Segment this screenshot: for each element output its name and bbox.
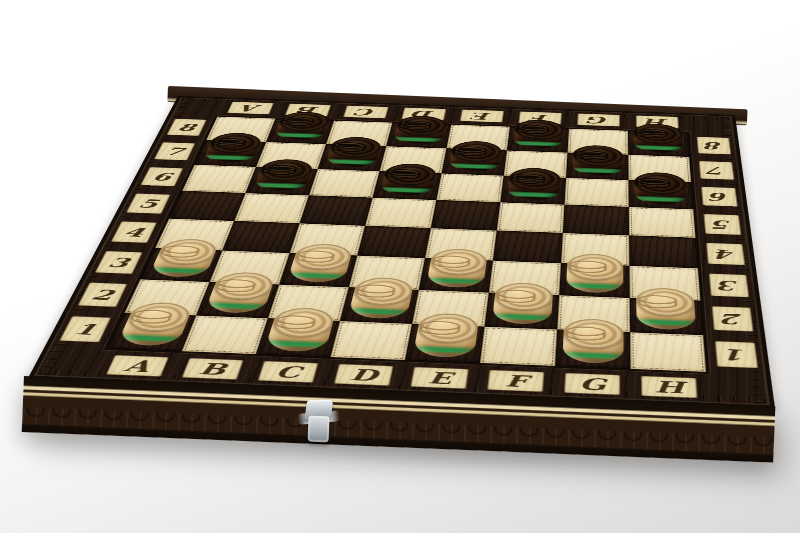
square-d4[interactable] [357,226,431,258]
piece-top: ⛀ [566,253,623,281]
piece-top: ⛀ [563,318,624,349]
square-c6[interactable] [309,169,380,198]
rank-left-label-3: 3 [95,251,143,274]
rank-left-label-2: 2 [77,282,127,307]
rank-right-label-8: 8 [697,137,732,155]
dark-man-f8[interactable]: ⛂ [513,119,564,149]
rank-right-label-1: 1 [715,341,758,368]
file-top-label-e: E [460,109,504,122]
rank-right-label-4: 4 [706,243,745,266]
rank-right-label-7: 7 [699,161,735,180]
file-bottom-label-g: G [564,373,620,395]
file-bottom-label-b: B [182,358,244,380]
square-f5[interactable] [497,202,565,233]
file-bottom-label-c: C [258,361,319,383]
light-man-g3[interactable]: ⛀ [566,253,623,294]
square-a6[interactable] [182,165,256,193]
square-d1[interactable] [330,321,412,360]
dark-man-d8[interactable]: ⛂ [392,115,447,145]
square-c5[interactable] [300,195,373,225]
square-h4[interactable] [629,235,698,268]
file-bottom-label-h: H [641,376,698,398]
rank-left-label-8: 8 [167,119,207,136]
light-man-f2[interactable]: ⛀ [492,282,554,325]
square-g6[interactable] [564,178,628,207]
dark-man-e7[interactable]: ⛂ [448,140,503,172]
metal-clasp [299,399,337,450]
rank-left-label-1: 1 [59,316,111,342]
square-h1[interactable] [630,332,706,372]
square-f4[interactable] [493,231,563,264]
rank-right-label-5: 5 [703,214,741,235]
square-e6[interactable] [436,173,503,202]
light-man-e1[interactable]: ⛀ [413,313,480,359]
file-top-label-c: C [343,105,389,118]
scene: ABCDEFGH ABCDEFGH 87654321 87654321 ⛂⛂⛂⛂… [0,0,800,533]
rank-left-label-7: 7 [154,142,196,160]
square-h5[interactable] [629,207,696,238]
rank-left-label-6: 6 [140,167,183,186]
file-top-label-a: A [227,102,274,115]
rank-right-label-2: 2 [712,306,754,332]
light-man-c1[interactable]: ⛀ [264,307,336,352]
square-e5[interactable] [431,200,500,231]
piece-top: ⛂ [634,172,686,195]
square-a5[interactable] [169,191,245,221]
file-bottom-label-e: E [410,367,469,389]
file-bottom-label-a: A [106,355,169,377]
dark-man-d6[interactable]: ⛂ [379,163,437,197]
square-b1[interactable] [182,315,268,354]
piece-top: ⛀ [636,287,695,317]
board: ABCDEFGH ABCDEFGH 87654321 87654321 ⛂⛂⛂⛂… [28,96,775,408]
light-man-g1[interactable]: ⛀ [562,318,623,364]
square-g5[interactable] [563,205,629,236]
dark-man-f6[interactable]: ⛂ [507,167,561,201]
light-man-h2[interactable]: ⛀ [636,287,696,330]
dark-man-g7[interactable]: ⛂ [572,145,623,177]
clasp-body [308,416,330,443]
piece-top: ⛂ [633,123,682,144]
dark-man-h6[interactable]: ⛂ [634,172,687,206]
rank-right-label-3: 3 [709,273,750,297]
file-bottom-label-d: D [334,364,394,386]
rank-left-label-5: 5 [126,193,171,214]
light-man-d2[interactable]: ⛀ [348,277,415,320]
square-b4[interactable] [222,221,299,253]
light-man-e3[interactable]: ⛀ [426,248,488,288]
square-b5[interactable] [234,193,309,223]
dark-man-c7[interactable]: ⛂ [324,136,383,168]
dark-man-b6[interactable]: ⛂ [253,159,315,192]
rank-left-label-4: 4 [111,221,157,243]
light-man-c3[interactable]: ⛀ [287,243,354,283]
dark-man-b8[interactable]: ⛂ [273,111,332,141]
file-bottom-label-f: F [487,370,544,392]
square-d5[interactable] [365,198,436,228]
square-f1[interactable] [480,327,557,366]
file-top-label-g: G [577,113,620,126]
rank-right-label-6: 6 [701,187,738,207]
dark-man-h8[interactable]: ⛂ [633,123,683,153]
board-field: ⛂⛂⛂⛂⛂⛂⛂⛂⛂⛂⛂⛂⛀⛀⛀⛀⛀⛀⛀⛀⛀⛀⛀⛀ [108,117,706,372]
piece-top: ⛂ [572,145,622,167]
